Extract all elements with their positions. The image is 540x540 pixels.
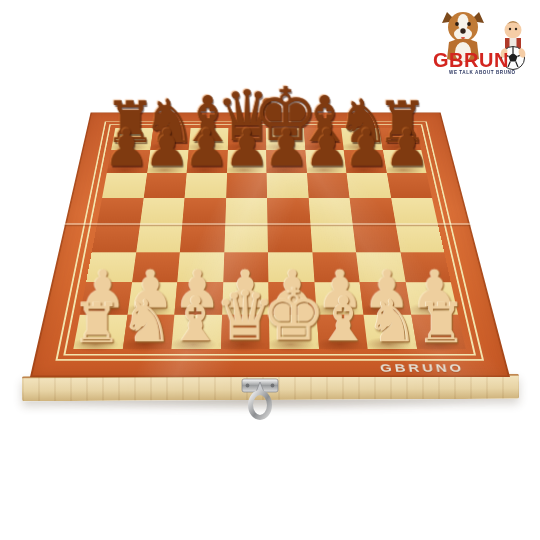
square-a6 <box>102 173 147 198</box>
piece-shadow <box>172 303 218 317</box>
square-f7: ♟ <box>305 150 347 173</box>
square-g3 <box>356 252 405 282</box>
piece-shadow <box>71 337 120 352</box>
square-f4 <box>310 224 356 252</box>
square-b7: ♟ <box>147 150 189 173</box>
square-e1: ♚ <box>269 314 319 349</box>
square-g5 <box>349 198 395 224</box>
square-e7: ♟ <box>266 150 306 173</box>
square-h1: ♜ <box>411 314 466 349</box>
piece-shadow <box>360 303 407 317</box>
square-c6 <box>185 173 227 198</box>
square-h5 <box>391 198 438 224</box>
logo-text: GBRUN <box>433 49 509 71</box>
square-h6 <box>386 173 431 198</box>
piece-shadow <box>314 303 360 317</box>
square-a5 <box>97 198 143 224</box>
piece-shadow <box>220 303 265 317</box>
square-b1: ♞ <box>122 314 174 349</box>
square-b2: ♟ <box>127 282 177 314</box>
square-b4 <box>136 224 182 252</box>
piece-shadow <box>407 303 455 317</box>
square-c2: ♟ <box>174 282 222 314</box>
square-a8: ♜ <box>111 128 153 150</box>
square-a7: ♟ <box>107 150 150 173</box>
board-brand-label: GBRUNO <box>379 361 465 374</box>
square-h3 <box>400 252 451 282</box>
square-a3 <box>86 252 136 282</box>
square-e8: ♚ <box>266 128 305 150</box>
square-e3 <box>268 252 314 282</box>
square-c8: ♝ <box>189 128 229 150</box>
square-e6 <box>267 173 309 198</box>
frame-pinstripe-outer: ♜♞♝♛♚♝♞♜♟♟♟♟♟♟♟♟♟♟♟♟♟♟♟♟♜♞♝♛♚♝♞♜ <box>55 121 484 360</box>
square-c1: ♝ <box>171 314 221 349</box>
square-g6 <box>347 173 391 198</box>
piece-shadow <box>120 337 169 352</box>
chess-board-scene: ♜♞♝♛♚♝♞♜♟♟♟♟♟♟♟♟♟♟♟♟♟♟♟♟♜♞♝♛♚♝♞♜ GBRUNO <box>0 0 540 540</box>
square-b6 <box>143 173 186 198</box>
square-b5 <box>140 198 185 224</box>
square-e5 <box>267 198 310 224</box>
square-a2: ♟ <box>80 282 132 314</box>
square-f1: ♝ <box>316 314 367 349</box>
chess-board: ♜♞♝♛♚♝♞♜♟♟♟♟♟♟♟♟♟♟♟♟♟♟♟♟♜♞♝♛♚♝♞♜ GBRUNO <box>30 112 510 377</box>
square-g8: ♞ <box>341 128 382 150</box>
square-b8: ♞ <box>150 128 191 150</box>
square-f3 <box>312 252 360 282</box>
piece-shadow <box>364 337 413 352</box>
frame-pinstripe-inner: ♜♞♝♛♚♝♞♜♟♟♟♟♟♟♟♟♟♟♟♟♟♟♟♟♜♞♝♛♚♝♞♜ <box>63 124 476 355</box>
square-d3 <box>223 252 269 282</box>
square-h4 <box>395 224 444 252</box>
piece-shadow <box>218 337 265 352</box>
square-d2: ♟ <box>222 282 269 314</box>
square-h7: ♟ <box>383 150 427 173</box>
logo-tagline: WE TALK ABOUT BRUNO <box>449 70 516 75</box>
product-photo: ♜♞♝♛♚♝♞♜♟♟♟♟♟♟♟♟♟♟♟♟♟♟♟♟♜♞♝♛♚♝♞♜ GBRUNO <box>0 0 540 540</box>
square-a1: ♜ <box>73 314 127 349</box>
piece-shadow <box>316 337 364 352</box>
square-g2: ♟ <box>360 282 411 314</box>
clasp-screw-left <box>246 384 250 388</box>
piece-shadow <box>125 303 172 317</box>
board-squares: ♜♞♝♛♚♝♞♜♟♟♟♟♟♟♟♟♟♟♟♟♟♟♟♟♜♞♝♛♚♝♞♜ <box>73 128 465 349</box>
square-f8: ♝ <box>304 128 344 150</box>
square-h8: ♜ <box>379 128 422 150</box>
square-g4 <box>353 224 400 252</box>
square-d6 <box>226 173 267 198</box>
square-f2: ♟ <box>314 282 363 314</box>
square-d5 <box>225 198 268 224</box>
clasp-loop <box>251 393 270 418</box>
piece-shadow <box>267 303 313 317</box>
square-d8: ♛ <box>227 128 266 150</box>
square-c5 <box>182 198 226 224</box>
square-g1: ♞ <box>363 314 416 349</box>
square-f5 <box>308 198 352 224</box>
clasp-screw-right <box>271 384 275 388</box>
square-c4 <box>180 224 225 252</box>
metal-clasp <box>233 374 287 424</box>
piece-shadow <box>413 337 463 352</box>
square-c7: ♟ <box>187 150 228 173</box>
square-a4 <box>92 224 140 252</box>
square-d4 <box>224 224 268 252</box>
piece-shadow <box>78 303 125 317</box>
piece-shadow <box>169 337 217 352</box>
brand-logo: GBRUN WE TALK ABOUT BRUNO <box>426 4 538 76</box>
square-c3 <box>177 252 224 282</box>
square-g7: ♟ <box>344 150 387 173</box>
square-d7: ♟ <box>227 150 267 173</box>
piece-shadow <box>267 337 314 352</box>
square-e2: ♟ <box>268 282 316 314</box>
square-f6 <box>307 173 350 198</box>
square-e4 <box>267 224 312 252</box>
square-d1: ♛ <box>220 314 269 349</box>
square-b3 <box>132 252 180 282</box>
square-h2: ♟ <box>405 282 458 314</box>
